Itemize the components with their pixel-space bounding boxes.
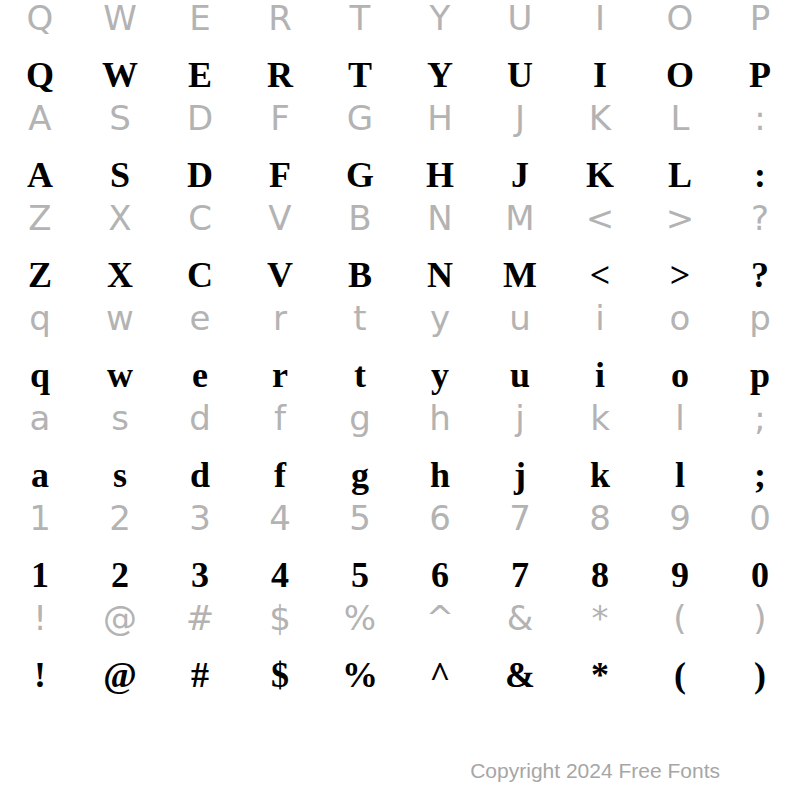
char-cell: A [27,157,53,193]
char-cell: s [111,400,129,436]
char-cell: Y [430,0,451,36]
char-cell: E [188,57,212,93]
specimen-char-row: ZXCVBNM<>? [0,257,800,293]
char-cell: d [189,400,211,436]
char-cell: @ [103,600,137,636]
char-cell: ) [754,657,766,693]
char-cell: < [590,257,611,293]
char-cell: & [507,600,534,636]
char-cell: @ [103,657,137,693]
char-cell: R [268,0,292,36]
char-cell: e [192,357,208,393]
char-cell: S [110,157,130,193]
char-cell: * [591,657,609,693]
char-cell: I [593,57,607,93]
reference-char-row: ZXCVBNM<>? [0,200,800,236]
char-cell: Q [26,57,54,93]
char-cell: u [510,357,530,393]
specimen-char-row: !@#$%^&*() [0,657,800,693]
char-cell: k [590,400,610,436]
char-cell: y [431,357,449,393]
char-cell: D [187,100,213,136]
char-cell: ? [751,200,769,236]
char-cell: P [750,0,771,36]
char-cell: B [348,200,371,236]
char-cell: 0 [749,500,771,536]
char-cell: M [503,257,537,293]
char-cell: 3 [191,557,209,593]
specimen-char-row: qwertyuiop [0,357,800,393]
char-cell: ( [673,600,686,636]
char-cell: ^ [430,657,451,693]
char-cell: O [666,57,694,93]
char-cell: a [31,457,49,493]
char-cell: # [191,657,209,693]
specimen-char-row: asdfghjkl; [0,457,800,493]
char-cell: j [515,400,524,436]
char-cell: : [754,100,765,136]
char-cell: M [505,200,534,236]
char-cell: d [190,457,210,493]
char-cell: H [427,100,453,136]
char-cell: % [342,657,378,693]
char-cell: 9 [669,500,691,536]
char-cell: Z [28,200,51,236]
char-cell: f [274,400,286,436]
char-cell: l [675,457,685,493]
char-cell: K [586,157,614,193]
char-cell: K [589,100,611,136]
copyright-text: Copyright 2024 Free Fonts [470,759,720,783]
char-cell: 7 [511,557,529,593]
char-cell: 7 [509,500,531,536]
char-cell: G [347,100,373,136]
char-cell: C [187,257,213,293]
char-cell: 2 [111,557,129,593]
char-cell: N [427,200,452,236]
char-cell: < [586,200,615,236]
char-cell: V [268,200,291,236]
char-cell: w [107,357,133,393]
reference-char-row: ASDFGHJKL: [0,100,800,136]
char-cell: 3 [189,500,211,536]
char-cell: F [269,157,291,193]
char-cell: Q [27,0,54,36]
char-cell: W [102,57,138,93]
char-cell: 6 [431,557,449,593]
char-cell: ? [751,257,769,293]
char-cell: $ [269,600,291,636]
char-cell: ! [33,600,47,636]
char-cell: B [348,257,372,293]
char-cell: o [671,357,689,393]
char-cell: A [28,100,51,136]
char-cell: y [430,300,450,336]
specimen-char-row: 1234567890 [0,557,800,593]
char-cell: g [351,457,369,493]
char-cell: S [109,100,131,136]
char-cell: F [270,100,290,136]
char-cell: * [592,600,609,636]
char-cell: L [668,157,692,193]
char-cell: 4 [271,557,289,593]
char-cell: p [750,357,770,393]
char-cell: g [349,400,371,436]
specimen-char-row: ASDFGHJKL: [0,157,800,193]
char-cell: W [103,0,137,36]
char-cell: u [509,300,531,336]
char-cell: 0 [751,557,769,593]
reference-char-row: asdfghjkl; [0,400,800,436]
char-cell: 6 [429,500,451,536]
char-cell: V [267,257,293,293]
char-cell: R [267,57,293,93]
char-cell: q [30,357,50,393]
char-cell: 2 [109,500,131,536]
char-cell: J [515,100,525,136]
char-cell: ! [34,657,46,693]
char-cell: P [749,57,771,93]
char-cell: : [754,157,766,193]
char-cell: G [346,157,374,193]
char-cell: Y [427,57,453,93]
specimen-char-row: QWERTYUIOP [0,57,800,93]
char-cell: ) [753,600,766,636]
char-cell: 5 [349,500,371,536]
char-cell: q [29,300,51,336]
char-cell: ; [754,400,765,436]
reference-char-row: !@#$%^&*() [0,600,800,636]
char-cell: l [675,400,684,436]
char-cell: > [666,200,695,236]
char-cell: h [430,457,450,493]
char-cell: D [187,157,213,193]
char-cell: Z [28,257,52,293]
char-cell: 9 [671,557,689,593]
char-cell: t [353,300,366,336]
char-cell: & [505,657,535,693]
char-cell: 8 [589,500,611,536]
char-cell: r [273,300,287,336]
character-map-sheet: !@#$%^&*()!@#$%^&*()12345678901234567890… [0,0,800,800]
reference-char-row: QWERTYUIOP [0,0,800,36]
char-cell: ( [674,657,686,693]
char-cell: # [186,600,215,636]
char-cell: ; [754,457,766,493]
char-cell: T [348,57,372,93]
char-cell: a [30,400,51,436]
char-cell: X [107,257,133,293]
char-cell: 1 [29,500,51,536]
char-cell: X [108,200,131,236]
char-cell: U [508,0,533,36]
char-cell: i [595,300,604,336]
char-cell: f [274,457,286,493]
char-cell: H [426,157,454,193]
char-cell: k [590,457,610,493]
char-cell: s [113,457,127,493]
char-cell: E [189,0,210,36]
char-cell: $ [271,657,289,693]
char-cell: o [670,300,691,336]
char-cell: w [106,300,134,336]
char-cell: L [671,100,690,136]
char-cell: > [670,257,691,293]
char-cell: N [427,257,453,293]
char-cell: J [511,157,529,193]
char-cell: ^ [426,600,455,636]
char-cell: C [188,200,212,236]
reference-char-row: 1234567890 [0,500,800,536]
char-cell: T [350,0,371,36]
char-cell: % [344,600,376,636]
char-cell: p [749,300,771,336]
reference-char-row: qwertyuiop [0,300,800,336]
char-cell: 1 [31,557,49,593]
char-cell: 4 [269,500,291,536]
char-cell: j [514,457,526,493]
char-cell: O [667,0,694,36]
char-cell: I [595,0,605,36]
char-cell: t [354,357,366,393]
char-cell: h [429,400,451,436]
char-cell: r [272,357,288,393]
char-cell: 5 [351,557,369,593]
char-cell: U [507,57,533,93]
char-cell: i [595,357,605,393]
char-cell: e [190,300,211,336]
char-cell: 8 [591,557,609,593]
